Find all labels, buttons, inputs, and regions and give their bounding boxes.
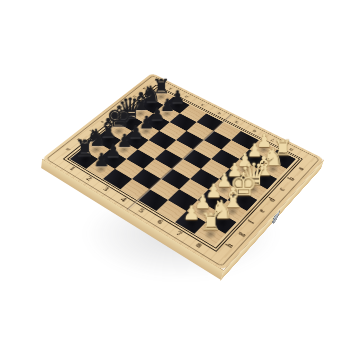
square-a8	[148, 89, 174, 105]
rank-label-far: 5	[234, 120, 240, 124]
file-label-far: d	[110, 111, 117, 115]
white-pawn-glyph: ♟	[183, 203, 201, 223]
square-a4	[214, 122, 241, 140]
square-b4	[204, 131, 232, 149]
file-label-far: c	[121, 103, 128, 107]
clasp-latch-icon	[272, 210, 281, 225]
black-bishop-glyph: ♝	[130, 89, 152, 113]
rank-label-far: 4	[217, 111, 223, 115]
rank-label-far: 2	[184, 95, 190, 99]
product-photo-scene: hhggffeeddccbbaa1122334455667788♜♞♝♛♚♝♞♜…	[0, 0, 360, 360]
square-b8	[137, 97, 163, 114]
square-e6	[138, 140, 166, 159]
file-label-far: h	[64, 147, 71, 152]
square-a7	[163, 97, 189, 114]
square-e8	[105, 122, 132, 140]
square-d7	[132, 122, 159, 140]
rank-label-far: 1	[168, 87, 174, 91]
black-queen-glyph: ♛	[118, 95, 143, 123]
square-d8	[116, 113, 143, 131]
black-rook-glyph: ♜	[152, 77, 170, 97]
square-c7	[143, 113, 170, 131]
black-pawn-glyph: ♟	[139, 114, 155, 131]
file-label-far: f	[88, 129, 94, 133]
black-pawn-glyph: ♟	[160, 97, 175, 114]
square-c4	[194, 140, 222, 159]
square-e7	[121, 131, 149, 149]
square-c5	[176, 131, 204, 149]
black-king-glyph: ♚	[106, 103, 132, 132]
file-label-far: e	[99, 120, 106, 124]
square-b6	[170, 113, 197, 131]
black-rook-glyph: ♜	[75, 137, 95, 159]
white-rook-glyph: ♜	[200, 210, 222, 234]
square-b5	[186, 122, 213, 140]
black-bishop-glyph: ♝	[97, 115, 120, 140]
black-pawn-glyph: ♟	[170, 89, 185, 106]
file-label-far: b	[131, 95, 138, 99]
square-d6	[149, 131, 177, 149]
square-a5	[197, 113, 224, 131]
square-b7	[153, 105, 180, 122]
square-d5	[166, 140, 194, 159]
black-pawn-glyph: ♟	[93, 151, 109, 169]
rank-label-far: 3	[200, 103, 206, 107]
black-pawn-glyph: ♟	[149, 105, 164, 122]
black-pawn-glyph: ♟	[128, 123, 144, 141]
square-c8	[127, 105, 154, 122]
file-label-far: a	[141, 87, 148, 91]
square-c6	[159, 122, 186, 140]
perspective-space: hhggffeeddccbbaa1122334455667788♜♞♝♛♚♝♞♜…	[0, 0, 360, 360]
chess-board: hhggffeeddccbbaa1122334455667788♜♞♝♛♚♝♞♜…	[42, 73, 325, 271]
square-a6	[180, 105, 207, 122]
black-knight-glyph: ♞	[141, 83, 161, 105]
rank-label-far: 6	[252, 129, 258, 133]
